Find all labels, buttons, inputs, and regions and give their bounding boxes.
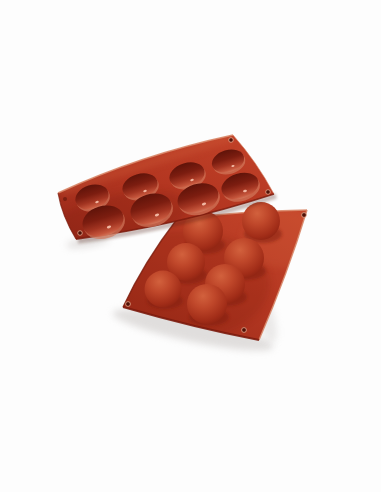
dome	[145, 271, 182, 308]
corner-hole	[126, 302, 131, 307]
corner-hole	[78, 231, 83, 236]
corner-hole	[302, 213, 307, 218]
corner-hole	[242, 328, 247, 333]
product-photo	[0, 0, 381, 492]
dome	[187, 284, 227, 324]
corner-hole	[266, 190, 271, 195]
corner-hole	[63, 197, 67, 201]
product-photo-canvas	[0, 0, 381, 492]
dome	[242, 202, 280, 240]
corner-hole	[229, 138, 234, 143]
